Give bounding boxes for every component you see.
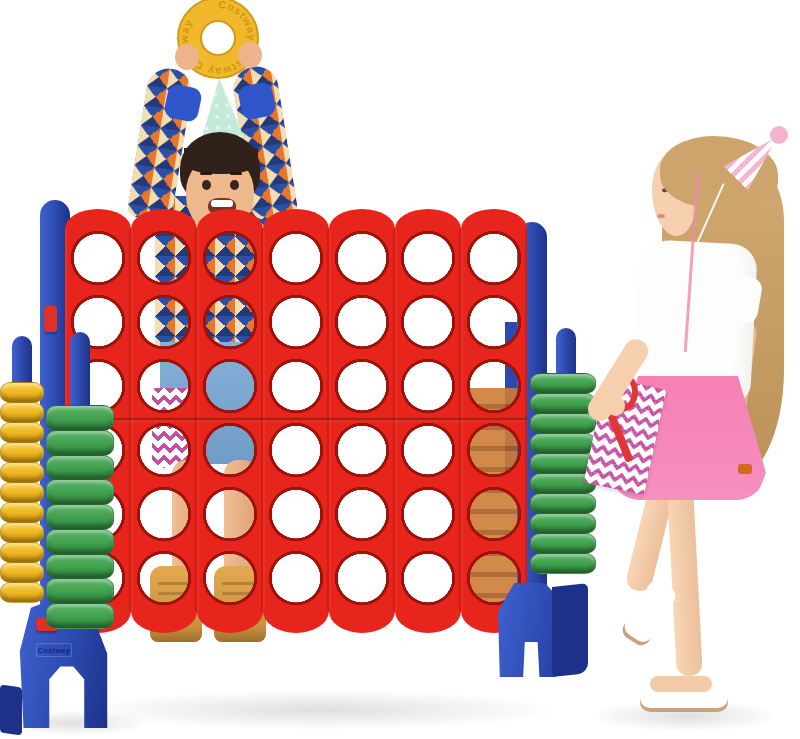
disc-ring-green	[46, 603, 114, 629]
board-cell	[131, 484, 197, 548]
boy-right-eye	[230, 180, 239, 190]
board-edge-bump	[65, 209, 131, 229]
board-cell	[461, 420, 527, 484]
disc-ring-green	[46, 455, 114, 481]
boy-teeth	[211, 200, 233, 207]
board-cell	[329, 548, 395, 612]
board-cell	[263, 420, 329, 484]
board-fold-seam	[65, 418, 527, 422]
base-logo: Costway	[36, 643, 72, 657]
board-cell	[329, 420, 395, 484]
disc-ring-yellow	[0, 562, 44, 583]
girl-front-leg	[667, 489, 703, 676]
board-cell	[197, 228, 263, 292]
board-cell	[395, 356, 461, 420]
disc-ring-green	[46, 405, 114, 431]
girl-near-hand	[606, 396, 625, 416]
boy-left-hand	[175, 44, 199, 70]
board-cell	[461, 356, 527, 420]
board-cell	[197, 484, 263, 548]
disc-ring-green	[46, 578, 114, 604]
board-edge-bump	[131, 611, 197, 633]
board-edge-bump	[131, 209, 197, 229]
board-cell	[395, 292, 461, 356]
board-cell	[329, 228, 395, 292]
disc-ring-yellow	[0, 422, 44, 443]
board-cell	[131, 228, 197, 292]
board-edge-bump	[197, 209, 263, 229]
boy-hair-fringe	[184, 148, 258, 174]
product-photo-stage: Costway Costway Costway Costway	[0, 0, 800, 739]
girl-skirt-tag	[738, 464, 752, 474]
board-cell	[461, 292, 527, 356]
disc-ring-yellow	[0, 442, 44, 463]
disc-tray-left-yellow	[0, 383, 44, 603]
disc-ring-yellow	[0, 462, 44, 483]
disc-tray-left-green	[46, 406, 114, 629]
base-leg-left-rear-foot	[0, 684, 22, 735]
disc-ring-green	[46, 554, 114, 580]
board-cell	[263, 228, 329, 292]
board-cell	[263, 292, 329, 356]
board-edge-bump	[263, 209, 329, 229]
board-cell	[263, 548, 329, 612]
board-cell	[197, 548, 263, 612]
board-scallop-top	[65, 209, 527, 229]
girl-hat-pompom	[770, 126, 788, 144]
board-cell	[197, 292, 263, 356]
connect-four-board	[65, 228, 527, 612]
board-edge-bump	[329, 209, 395, 229]
board-cell	[131, 420, 197, 484]
disc-ring-yellow	[0, 502, 44, 523]
disc-ring-green	[46, 504, 114, 530]
boy-left-eye	[202, 180, 211, 190]
girl-player	[578, 128, 800, 734]
board-cell	[395, 484, 461, 548]
board-cell	[263, 356, 329, 420]
board-cell	[329, 356, 395, 420]
girl-raised-sandal	[619, 577, 679, 649]
disc-ring-green	[46, 529, 114, 555]
girl-standing-foot	[650, 676, 712, 692]
board-cell	[131, 356, 197, 420]
board-edge-bump	[263, 611, 329, 633]
board-cell	[197, 420, 263, 484]
disc-ring-green	[46, 479, 114, 505]
board-cell	[395, 420, 461, 484]
disc-ring-yellow	[0, 522, 44, 543]
board-cell	[461, 228, 527, 292]
board-cell	[329, 484, 395, 548]
board-edge-bump	[197, 611, 263, 633]
board-edge-bump	[329, 611, 395, 633]
board-cell	[65, 228, 131, 292]
board-cell	[131, 292, 197, 356]
board-edge-bump	[461, 209, 527, 229]
board-cell	[329, 292, 395, 356]
girl-mouth	[657, 214, 665, 218]
disc-ring-yellow	[0, 582, 44, 603]
board-cell	[131, 548, 197, 612]
board-cell	[395, 228, 461, 292]
post-red-latch	[44, 306, 57, 332]
board-cell	[461, 484, 527, 548]
board-scallop-bottom	[65, 611, 527, 633]
disc-ring-yellow	[0, 482, 44, 503]
board-cell	[395, 548, 461, 612]
board-cell	[197, 356, 263, 420]
disc-ring-yellow	[0, 382, 44, 403]
disc-ring-yellow	[0, 542, 44, 563]
girl-back-leg	[624, 488, 674, 593]
boy-left-cuff	[163, 83, 203, 123]
boy-right-hand	[238, 42, 262, 68]
left-leg-shadow	[0, 710, 150, 736]
board-edge-bump	[395, 611, 461, 633]
board-edge-bump	[395, 209, 461, 229]
boy-left-brow	[200, 172, 212, 175]
board-cell	[263, 484, 329, 548]
disc-ring-green	[46, 430, 114, 456]
boy-right-brow	[230, 172, 242, 175]
board-floor-shadow	[80, 690, 560, 730]
disc-ring-yellow	[0, 402, 44, 423]
